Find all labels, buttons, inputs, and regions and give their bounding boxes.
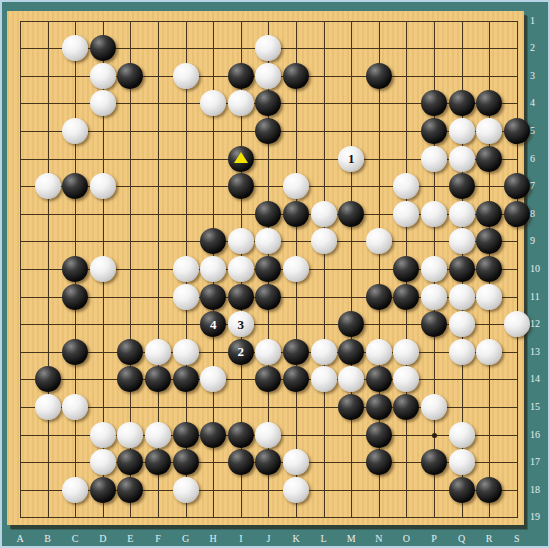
- black-stone-G17[interactable]: [173, 449, 199, 475]
- row-label-8: 8: [530, 208, 550, 219]
- black-stone-H9[interactable]: [200, 228, 226, 254]
- white-stone-O7[interactable]: [393, 173, 419, 199]
- white-stone-Q6[interactable]: [449, 146, 475, 172]
- column-label-J: J: [258, 533, 278, 544]
- white-stone-K10[interactable]: [283, 256, 309, 282]
- white-stone-J16[interactable]: [255, 422, 281, 448]
- white-stone-G3[interactable]: [173, 63, 199, 89]
- white-stone-N13[interactable]: [366, 339, 392, 365]
- black-stone-J5[interactable]: [255, 118, 281, 144]
- column-label-S: S: [507, 533, 527, 544]
- grid-line-vertical: [517, 21, 518, 519]
- column-label-C: C: [65, 533, 85, 544]
- row-label-16: 16: [530, 429, 550, 440]
- white-stone-P15[interactable]: [421, 394, 447, 420]
- black-stone-N15[interactable]: [366, 394, 392, 420]
- black-stone-R6[interactable]: [476, 146, 502, 172]
- black-stone-J10[interactable]: [255, 256, 281, 282]
- column-label-G: G: [176, 533, 196, 544]
- white-stone-G13[interactable]: [173, 339, 199, 365]
- column-label-L: L: [314, 533, 334, 544]
- triangle-marker-icon: [234, 152, 248, 163]
- black-stone-R4[interactable]: [476, 90, 502, 116]
- row-label-18: 18: [530, 484, 550, 495]
- grid-line-vertical: [324, 21, 325, 519]
- black-stone-P5[interactable]: [421, 118, 447, 144]
- white-stone-K7[interactable]: [283, 173, 309, 199]
- white-stone-O13[interactable]: [393, 339, 419, 365]
- black-stone-G14[interactable]: [173, 366, 199, 392]
- row-label-13: 13: [530, 346, 550, 357]
- black-stone-E13[interactable]: [117, 339, 143, 365]
- black-stone-I6[interactable]: [228, 146, 254, 172]
- column-label-E: E: [120, 533, 140, 544]
- white-stone-D16[interactable]: [90, 422, 116, 448]
- go-applet-frame: 1432 ABCDEFGHIJKLMNOPQRS 123456789101112…: [0, 0, 550, 548]
- black-stone-M12[interactable]: [338, 311, 364, 337]
- grid-line-vertical: [20, 21, 21, 519]
- black-stone-M15[interactable]: [338, 394, 364, 420]
- black-stone-R18[interactable]: [476, 477, 502, 503]
- black-stone-O10[interactable]: [393, 256, 419, 282]
- black-stone-K8[interactable]: [283, 201, 309, 227]
- black-stone-N17[interactable]: [366, 449, 392, 475]
- column-label-Q: Q: [452, 533, 472, 544]
- row-label-5: 5: [530, 125, 550, 136]
- black-stone-O11[interactable]: [393, 284, 419, 310]
- black-stone-S8[interactable]: [504, 201, 530, 227]
- black-stone-B14[interactable]: [35, 366, 61, 392]
- white-stone-C15[interactable]: [62, 394, 88, 420]
- black-stone-R8[interactable]: [476, 201, 502, 227]
- black-stone-I11[interactable]: [228, 284, 254, 310]
- white-stone-C18[interactable]: [62, 477, 88, 503]
- black-stone-Q4[interactable]: [449, 90, 475, 116]
- white-stone-Q12[interactable]: [449, 311, 475, 337]
- black-stone-Q10[interactable]: [449, 256, 475, 282]
- black-stone-G16[interactable]: [173, 422, 199, 448]
- white-stone-L8[interactable]: [311, 201, 337, 227]
- white-stone-Q17[interactable]: [449, 449, 475, 475]
- black-stone-K14[interactable]: [283, 366, 309, 392]
- black-stone-K3[interactable]: [283, 63, 309, 89]
- black-stone-Q18[interactable]: [449, 477, 475, 503]
- white-stone-D17[interactable]: [90, 449, 116, 475]
- column-label-F: F: [148, 533, 168, 544]
- white-stone-C2[interactable]: [62, 35, 88, 61]
- black-stone-H11[interactable]: [200, 284, 226, 310]
- black-stone-F14[interactable]: [145, 366, 171, 392]
- white-stone-M6[interactable]: 1: [338, 146, 364, 172]
- column-label-K: K: [286, 533, 306, 544]
- white-stone-D3[interactable]: [90, 63, 116, 89]
- column-label-B: B: [38, 533, 58, 544]
- black-stone-J14[interactable]: [255, 366, 281, 392]
- move-number-label: 1: [348, 152, 355, 165]
- white-stone-Q13[interactable]: [449, 339, 475, 365]
- black-stone-I16[interactable]: [228, 422, 254, 448]
- white-stone-C5[interactable]: [62, 118, 88, 144]
- white-stone-D10[interactable]: [90, 256, 116, 282]
- black-stone-Q7[interactable]: [449, 173, 475, 199]
- white-stone-L14[interactable]: [311, 366, 337, 392]
- black-stone-I17[interactable]: [228, 449, 254, 475]
- white-stone-G10[interactable]: [173, 256, 199, 282]
- black-stone-F17[interactable]: [145, 449, 171, 475]
- white-stone-O8[interactable]: [393, 201, 419, 227]
- row-label-11: 11: [530, 291, 550, 302]
- row-label-9: 9: [530, 235, 550, 246]
- white-stone-P10[interactable]: [421, 256, 447, 282]
- go-board[interactable]: 1432: [7, 11, 524, 525]
- white-stone-P11[interactable]: [421, 284, 447, 310]
- white-stone-G18[interactable]: [173, 477, 199, 503]
- white-stone-L9[interactable]: [311, 228, 337, 254]
- row-label-14: 14: [530, 373, 550, 384]
- row-label-15: 15: [530, 401, 550, 412]
- black-stone-P12[interactable]: [421, 311, 447, 337]
- black-stone-K13[interactable]: [283, 339, 309, 365]
- black-stone-E18[interactable]: [117, 477, 143, 503]
- black-stone-P17[interactable]: [421, 449, 447, 475]
- black-stone-E3[interactable]: [117, 63, 143, 89]
- row-label-6: 6: [530, 153, 550, 164]
- grid-line-vertical: [351, 21, 352, 519]
- column-label-M: M: [341, 533, 361, 544]
- black-stone-D2[interactable]: [90, 35, 116, 61]
- white-stone-Q9[interactable]: [449, 228, 475, 254]
- black-stone-S7[interactable]: [504, 173, 530, 199]
- column-label-H: H: [203, 533, 223, 544]
- black-stone-C11[interactable]: [62, 284, 88, 310]
- black-stone-O15[interactable]: [393, 394, 419, 420]
- column-label-O: O: [396, 533, 416, 544]
- black-stone-S5[interactable]: [504, 118, 530, 144]
- black-stone-D18[interactable]: [90, 477, 116, 503]
- white-stone-I4[interactable]: [228, 90, 254, 116]
- black-stone-H12[interactable]: 4: [200, 311, 226, 337]
- white-stone-B15[interactable]: [35, 394, 61, 420]
- white-stone-F13[interactable]: [145, 339, 171, 365]
- black-stone-J17[interactable]: [255, 449, 281, 475]
- white-stone-Q11[interactable]: [449, 284, 475, 310]
- black-stone-M8[interactable]: [338, 201, 364, 227]
- black-stone-N16[interactable]: [366, 422, 392, 448]
- row-label-12: 12: [530, 318, 550, 329]
- black-stone-C13[interactable]: [62, 339, 88, 365]
- white-stone-R11[interactable]: [476, 284, 502, 310]
- row-label-3: 3: [530, 70, 550, 81]
- black-stone-M13[interactable]: [338, 339, 364, 365]
- white-stone-J3[interactable]: [255, 63, 281, 89]
- white-stone-S12[interactable]: [504, 311, 530, 337]
- move-number-label: 4: [210, 318, 217, 331]
- white-stone-E16[interactable]: [117, 422, 143, 448]
- move-number-label: 3: [238, 318, 245, 331]
- white-stone-G11[interactable]: [173, 284, 199, 310]
- white-stone-J9[interactable]: [255, 228, 281, 254]
- white-stone-Q16[interactable]: [449, 422, 475, 448]
- black-stone-N14[interactable]: [366, 366, 392, 392]
- row-label-1: 1: [530, 15, 550, 26]
- white-stone-H4[interactable]: [200, 90, 226, 116]
- white-stone-B7[interactable]: [35, 173, 61, 199]
- column-label-I: I: [231, 533, 251, 544]
- white-stone-L13[interactable]: [311, 339, 337, 365]
- white-stone-O14[interactable]: [393, 366, 419, 392]
- black-stone-E17[interactable]: [117, 449, 143, 475]
- row-label-10: 10: [530, 263, 550, 274]
- white-stone-I9[interactable]: [228, 228, 254, 254]
- row-label-17: 17: [530, 456, 550, 467]
- white-stone-I10[interactable]: [228, 256, 254, 282]
- white-stone-M14[interactable]: [338, 366, 364, 392]
- white-stone-N9[interactable]: [366, 228, 392, 254]
- black-stone-I7[interactable]: [228, 173, 254, 199]
- white-stone-K17[interactable]: [283, 449, 309, 475]
- black-stone-E14[interactable]: [117, 366, 143, 392]
- star-point: [432, 433, 437, 438]
- black-stone-C10[interactable]: [62, 256, 88, 282]
- white-stone-J2[interactable]: [255, 35, 281, 61]
- black-stone-H16[interactable]: [200, 422, 226, 448]
- white-stone-F16[interactable]: [145, 422, 171, 448]
- black-stone-N11[interactable]: [366, 284, 392, 310]
- white-stone-H14[interactable]: [200, 366, 226, 392]
- black-stone-J8[interactable]: [255, 201, 281, 227]
- white-stone-P8[interactable]: [421, 201, 447, 227]
- white-stone-P6[interactable]: [421, 146, 447, 172]
- black-stone-R10[interactable]: [476, 256, 502, 282]
- white-stone-Q5[interactable]: [449, 118, 475, 144]
- black-stone-J4[interactable]: [255, 90, 281, 116]
- column-label-P: P: [424, 533, 444, 544]
- row-label-19: 19: [530, 511, 550, 522]
- row-label-7: 7: [530, 180, 550, 191]
- column-label-A: A: [10, 533, 30, 544]
- column-label-D: D: [93, 533, 113, 544]
- black-stone-J11[interactable]: [255, 284, 281, 310]
- black-stone-C7[interactable]: [62, 173, 88, 199]
- black-stone-I3[interactable]: [228, 63, 254, 89]
- black-stone-P4[interactable]: [421, 90, 447, 116]
- black-stone-I13[interactable]: 2: [228, 339, 254, 365]
- white-stone-K18[interactable]: [283, 477, 309, 503]
- white-stone-R5[interactable]: [476, 118, 502, 144]
- column-label-R: R: [479, 533, 499, 544]
- black-stone-R9[interactable]: [476, 228, 502, 254]
- white-stone-J13[interactable]: [255, 339, 281, 365]
- move-number-label: 2: [238, 345, 245, 358]
- row-label-4: 4: [530, 97, 550, 108]
- black-stone-N3[interactable]: [366, 63, 392, 89]
- white-stone-D4[interactable]: [90, 90, 116, 116]
- white-stone-I12[interactable]: 3: [228, 311, 254, 337]
- row-label-2: 2: [530, 42, 550, 53]
- white-stone-Q8[interactable]: [449, 201, 475, 227]
- white-stone-R13[interactable]: [476, 339, 502, 365]
- column-label-N: N: [369, 533, 389, 544]
- grid-line-vertical: [48, 21, 49, 519]
- white-stone-D7[interactable]: [90, 173, 116, 199]
- white-stone-H10[interactable]: [200, 256, 226, 282]
